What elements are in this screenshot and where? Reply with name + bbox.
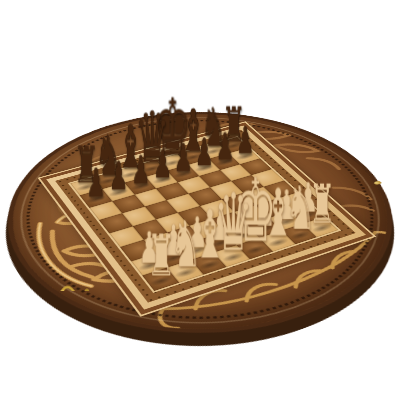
round-board-plane: ♜♞♝♛♚♝♞♜♟♟♟♟♟♟♟♟♟♟♟♟♟♟♟♟♜♞♝♛♚♝♞♜ xyxy=(0,85,400,389)
chess-set-photo: ♜♞♝♛♚♝♞♜♟♟♟♟♟♟♟♟♟♟♟♟♟♟♟♟♜♞♝♛♚♝♞♜ xyxy=(0,0,400,400)
piece-white-rook-a1[interactable]: ♜ xyxy=(147,228,175,282)
